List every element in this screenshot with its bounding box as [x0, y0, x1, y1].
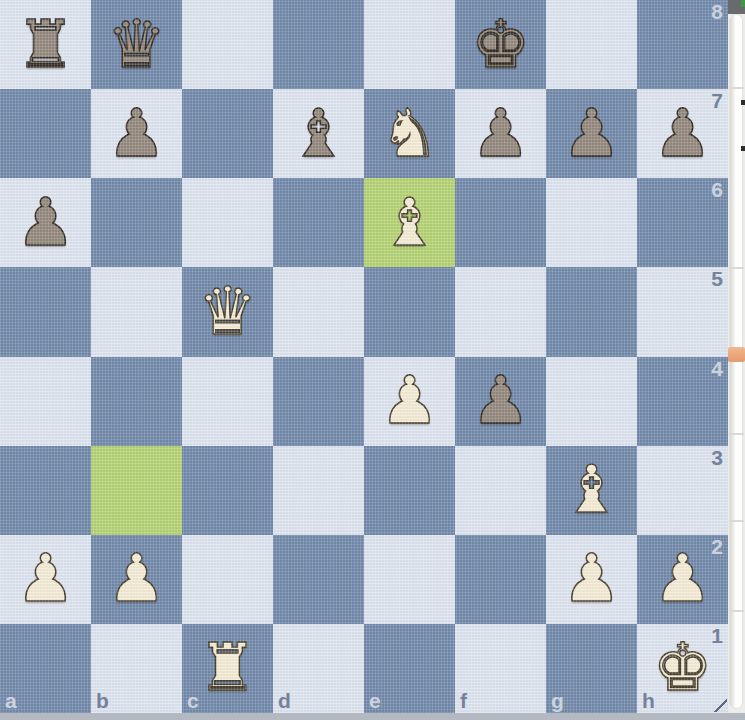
square-d1[interactable]: d	[273, 624, 364, 713]
scrollbar-separator	[729, 610, 744, 612]
square-d7[interactable]: ♝	[273, 89, 364, 178]
square-a3[interactable]	[0, 446, 91, 535]
file-label-c: c	[187, 689, 199, 713]
square-b7[interactable]: ♟	[91, 89, 182, 178]
piece-black-king[interactable]: ♚	[455, 0, 546, 89]
square-a5[interactable]	[0, 267, 91, 356]
square-e1[interactable]: e	[364, 624, 455, 713]
rank-label-8: 8	[711, 0, 723, 24]
square-f4[interactable]: ♟	[455, 357, 546, 446]
rank-label-2: 2	[711, 535, 723, 559]
piece-black-pawn[interactable]: ♟	[455, 89, 546, 178]
square-e6[interactable]: ♝	[364, 178, 455, 267]
rank-label-7: 7	[711, 89, 723, 113]
square-c1[interactable]: ♜c	[182, 624, 273, 713]
scrollbar-separator	[729, 433, 744, 435]
square-g6[interactable]	[546, 178, 637, 267]
corner-green-dot	[741, 0, 745, 7]
square-f5[interactable]	[455, 267, 546, 356]
piece-black-queen[interactable]: ♛	[91, 0, 182, 89]
chess-board: ♜♛♚8♟♝♞♟♟♟7♟♝6♛5♟♟4♝3♟♟♟♟2ab♜cdefg♚1h	[0, 0, 728, 713]
piece-white-queen[interactable]: ♛	[182, 267, 273, 356]
piece-black-bishop[interactable]: ♝	[273, 89, 364, 178]
square-f7[interactable]: ♟	[455, 89, 546, 178]
piece-white-bishop[interactable]: ♝	[364, 178, 455, 267]
square-h1[interactable]: ♚1h	[637, 624, 728, 713]
square-e7[interactable]: ♞	[364, 89, 455, 178]
square-g8[interactable]	[546, 0, 637, 89]
square-d5[interactable]	[273, 267, 364, 356]
square-h2[interactable]: ♟2	[637, 535, 728, 624]
file-label-d: d	[278, 689, 291, 713]
file-label-e: e	[369, 689, 381, 713]
square-c2[interactable]	[182, 535, 273, 624]
square-g2[interactable]: ♟	[546, 535, 637, 624]
square-f6[interactable]	[455, 178, 546, 267]
square-g3[interactable]: ♝	[546, 446, 637, 535]
scrollbar-separator	[729, 87, 744, 89]
piece-white-pawn[interactable]: ♟	[91, 535, 182, 624]
square-c6[interactable]	[182, 178, 273, 267]
piece-white-pawn[interactable]: ♟	[0, 535, 91, 624]
square-g7[interactable]: ♟	[546, 89, 637, 178]
square-a1[interactable]: a	[0, 624, 91, 713]
square-a4[interactable]	[0, 357, 91, 446]
square-a7[interactable]	[0, 89, 91, 178]
square-d4[interactable]	[273, 357, 364, 446]
file-label-g: g	[551, 689, 564, 713]
scrollbar-separator	[729, 520, 744, 522]
rank-label-1: 1	[711, 624, 723, 648]
square-d2[interactable]	[273, 535, 364, 624]
piece-black-rook[interactable]: ♜	[0, 0, 91, 89]
square-d8[interactable]	[273, 0, 364, 89]
square-b2[interactable]: ♟	[91, 535, 182, 624]
square-h5[interactable]: 5	[637, 267, 728, 356]
square-c4[interactable]	[182, 357, 273, 446]
piece-white-bishop[interactable]: ♝	[546, 446, 637, 535]
square-b1[interactable]: b	[91, 624, 182, 713]
square-f8[interactable]: ♚	[455, 0, 546, 89]
file-label-h: h	[642, 689, 655, 713]
square-e4[interactable]: ♟	[364, 357, 455, 446]
square-b6[interactable]	[91, 178, 182, 267]
square-h3[interactable]: 3	[637, 446, 728, 535]
square-h4[interactable]: 4	[637, 357, 728, 446]
square-b3[interactable]	[91, 446, 182, 535]
square-h8[interactable]: 8	[637, 0, 728, 89]
square-a2[interactable]: ♟	[0, 535, 91, 624]
piece-white-pawn[interactable]: ♟	[364, 357, 455, 446]
square-c8[interactable]	[182, 0, 273, 89]
square-d6[interactable]	[273, 178, 364, 267]
scroll-marker-orange[interactable]	[728, 347, 745, 362]
file-label-f: f	[460, 689, 467, 713]
square-b8[interactable]: ♛	[91, 0, 182, 89]
square-f3[interactable]	[455, 446, 546, 535]
rank-label-6: 6	[711, 178, 723, 202]
square-c3[interactable]	[182, 446, 273, 535]
chess-app: ♜♛♚8♟♝♞♟♟♟7♟♝6♛5♟♟4♝3♟♟♟♟2ab♜cdefg♚1h	[0, 0, 745, 720]
rank-label-3: 3	[711, 446, 723, 470]
square-e8[interactable]	[364, 0, 455, 89]
file-label-a: a	[5, 689, 17, 713]
scrollbar-separator	[729, 267, 744, 269]
rank-label-4: 4	[711, 357, 723, 381]
square-b5[interactable]	[91, 267, 182, 356]
square-b4[interactable]	[91, 357, 182, 446]
square-a8[interactable]: ♜	[0, 0, 91, 89]
square-h7[interactable]: ♟7	[637, 89, 728, 178]
bottom-edge-bar	[0, 713, 745, 720]
square-g1[interactable]: g	[546, 624, 637, 713]
square-e3[interactable]	[364, 446, 455, 535]
piece-white-knight[interactable]: ♞	[364, 89, 455, 178]
side-scrollbar[interactable]	[728, 0, 745, 713]
square-e2[interactable]	[364, 535, 455, 624]
square-c7[interactable]	[182, 89, 273, 178]
list-bullet	[741, 146, 745, 151]
list-bullet	[741, 100, 745, 105]
rank-label-5: 5	[711, 267, 723, 291]
square-g4[interactable]	[546, 357, 637, 446]
square-h6[interactable]: 6	[637, 178, 728, 267]
square-c5[interactable]: ♛	[182, 267, 273, 356]
square-g5[interactable]	[546, 267, 637, 356]
square-f1[interactable]: f	[455, 624, 546, 713]
square-e5[interactable]	[364, 267, 455, 356]
piece-black-pawn[interactable]: ♟	[91, 89, 182, 178]
square-a6[interactable]: ♟	[0, 178, 91, 267]
square-f2[interactable]	[455, 535, 546, 624]
square-d3[interactable]	[273, 446, 364, 535]
file-label-b: b	[96, 689, 109, 713]
piece-black-pawn[interactable]: ♟	[455, 357, 546, 446]
piece-black-pawn[interactable]: ♟	[0, 178, 91, 267]
piece-black-pawn[interactable]: ♟	[546, 89, 637, 178]
piece-white-pawn[interactable]: ♟	[546, 535, 637, 624]
